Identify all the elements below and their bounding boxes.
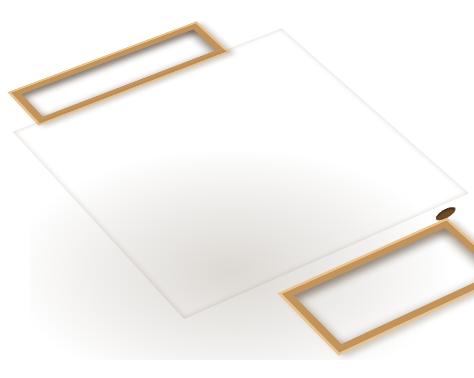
- go-set-scene: [0, 0, 474, 378]
